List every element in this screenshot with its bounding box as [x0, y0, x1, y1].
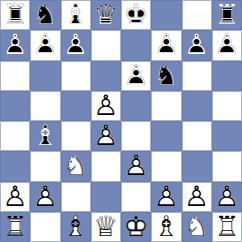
- square-e2[interactable]: [121, 182, 151, 212]
- white-rook-icon[interactable]: ♜♖: [0, 212, 30, 242]
- square-c4[interactable]: [61, 121, 91, 151]
- piece-fill-layer: ♟: [0, 30, 30, 60]
- black-pawn-icon[interactable]: ♟♙: [212, 30, 242, 60]
- square-f4[interactable]: [151, 121, 181, 151]
- white-pawn-icon[interactable]: ♟♙: [182, 182, 212, 212]
- piece-outline-layer: ♗: [30, 121, 60, 151]
- square-c3[interactable]: ♞♘: [61, 151, 91, 181]
- black-pawn-icon[interactable]: ♟♙: [182, 30, 212, 60]
- chess-board: ♜♖♞♘♝♗♛♕♚♔♜♖♟♙♟♙♟♙♟♙♟♙♟♙♟♙♞♘♟♙♝♗♟♙♞♘♟♙♟♙…: [0, 0, 242, 242]
- piece-fill-layer: ♞: [61, 151, 91, 181]
- piece-fill-layer: ♟: [91, 121, 121, 151]
- piece-fill-layer: ♚: [121, 212, 151, 242]
- square-e6[interactable]: ♟♙: [121, 61, 151, 91]
- piece-fill-layer: ♟: [151, 30, 181, 60]
- piece-outline-layer: ♙: [91, 91, 121, 121]
- square-a6[interactable]: [0, 61, 30, 91]
- square-g7[interactable]: ♟♙: [182, 30, 212, 60]
- square-f2[interactable]: ♟♙: [151, 182, 181, 212]
- piece-outline-layer: ♙: [61, 30, 91, 60]
- square-d6[interactable]: [91, 61, 121, 91]
- square-h6[interactable]: [212, 61, 242, 91]
- square-b8[interactable]: ♞♘: [30, 0, 60, 30]
- white-king-icon[interactable]: ♚♔: [121, 212, 151, 242]
- piece-outline-layer: ♙: [182, 30, 212, 60]
- piece-fill-layer: ♟: [182, 182, 212, 212]
- piece-outline-layer: ♙: [212, 30, 242, 60]
- square-b1[interactable]: [30, 212, 60, 242]
- square-g5[interactable]: [182, 91, 212, 121]
- black-pawn-icon[interactable]: ♟♙: [151, 30, 181, 60]
- black-pawn-icon[interactable]: ♟♙: [121, 61, 151, 91]
- black-king-icon[interactable]: ♚♔: [121, 0, 151, 30]
- square-g8[interactable]: [182, 0, 212, 30]
- square-b6[interactable]: [30, 61, 60, 91]
- white-knight-icon[interactable]: ♞♘: [61, 151, 91, 181]
- square-a4[interactable]: [0, 121, 30, 151]
- white-pawn-icon[interactable]: ♟♙: [0, 182, 30, 212]
- piece-fill-layer: ♟: [121, 61, 151, 91]
- piece-fill-layer: ♝: [30, 121, 60, 151]
- piece-fill-layer: ♜: [212, 212, 242, 242]
- square-d7[interactable]: [91, 30, 121, 60]
- piece-fill-layer: ♛: [91, 0, 121, 30]
- square-a2[interactable]: ♟♙: [0, 182, 30, 212]
- square-d1[interactable]: ♛♕: [91, 212, 121, 242]
- black-bishop-icon[interactable]: ♝♗: [30, 121, 60, 151]
- piece-outline-layer: ♔: [121, 212, 151, 242]
- white-rook-icon[interactable]: ♜♖: [212, 212, 242, 242]
- piece-fill-layer: ♟: [212, 30, 242, 60]
- square-h8[interactable]: ♜♖: [212, 0, 242, 30]
- white-pawn-icon[interactable]: ♟♙: [121, 151, 151, 181]
- piece-fill-layer: ♝: [151, 212, 181, 242]
- square-e8[interactable]: ♚♔: [121, 0, 151, 30]
- piece-fill-layer: ♞: [151, 61, 181, 91]
- square-b2[interactable]: ♟♙: [30, 182, 60, 212]
- square-a7[interactable]: ♟♙: [0, 30, 30, 60]
- piece-fill-layer: ♟: [212, 182, 242, 212]
- piece-outline-layer: ♗: [61, 212, 91, 242]
- black-knight-icon[interactable]: ♞♘: [151, 61, 181, 91]
- black-bishop-icon[interactable]: ♝♗: [61, 0, 91, 30]
- square-e1[interactable]: ♚♔: [121, 212, 151, 242]
- square-d3[interactable]: [91, 151, 121, 181]
- piece-fill-layer: ♟: [0, 182, 30, 212]
- piece-outline-layer: ♙: [30, 182, 60, 212]
- square-h2[interactable]: ♟♙: [212, 182, 242, 212]
- square-g2[interactable]: ♟♙: [182, 182, 212, 212]
- square-e7[interactable]: [121, 30, 151, 60]
- piece-fill-layer: ♟: [30, 182, 60, 212]
- square-f5[interactable]: [151, 91, 181, 121]
- black-pawn-icon[interactable]: ♟♙: [0, 30, 30, 60]
- square-c1[interactable]: ♝♗: [61, 212, 91, 242]
- square-e5[interactable]: [121, 91, 151, 121]
- piece-fill-layer: ♟: [91, 91, 121, 121]
- black-queen-icon[interactable]: ♛♕: [91, 0, 121, 30]
- white-bishop-icon[interactable]: ♝♗: [61, 212, 91, 242]
- square-b5[interactable]: [30, 91, 60, 121]
- piece-fill-layer: ♟: [61, 30, 91, 60]
- white-pawn-icon[interactable]: ♟♙: [151, 182, 181, 212]
- white-pawn-icon[interactable]: ♟♙: [212, 182, 242, 212]
- black-rook-icon[interactable]: ♜♖: [212, 0, 242, 30]
- square-b7[interactable]: ♟♙: [30, 30, 60, 60]
- piece-fill-layer: ♟: [30, 30, 60, 60]
- square-g6[interactable]: [182, 61, 212, 91]
- square-e4[interactable]: [121, 121, 151, 151]
- piece-outline-layer: ♔: [121, 0, 151, 30]
- piece-outline-layer: ♙: [30, 30, 60, 60]
- black-rook-icon[interactable]: ♜♖: [0, 0, 30, 30]
- piece-outline-layer: ♕: [91, 0, 121, 30]
- piece-outline-layer: ♙: [0, 30, 30, 60]
- square-h5[interactable]: [212, 91, 242, 121]
- piece-outline-layer: ♗: [61, 0, 91, 30]
- piece-outline-layer: ♙: [91, 121, 121, 151]
- white-knight-icon[interactable]: ♞♘: [182, 212, 212, 242]
- square-h1[interactable]: ♜♖: [212, 212, 242, 242]
- piece-outline-layer: ♖: [0, 212, 30, 242]
- piece-fill-layer: ♝: [61, 212, 91, 242]
- piece-fill-layer: ♛: [91, 212, 121, 242]
- black-pawn-icon[interactable]: ♟♙: [61, 30, 91, 60]
- white-pawn-icon[interactable]: ♟♙: [91, 91, 121, 121]
- square-h7[interactable]: ♟♙: [212, 30, 242, 60]
- square-h3[interactable]: [212, 151, 242, 181]
- piece-outline-layer: ♘: [182, 212, 212, 242]
- piece-fill-layer: ♜: [0, 0, 30, 30]
- white-pawn-icon[interactable]: ♟♙: [91, 121, 121, 151]
- piece-outline-layer: ♖: [212, 0, 242, 30]
- square-a5[interactable]: [0, 91, 30, 121]
- piece-fill-layer: ♝: [61, 0, 91, 30]
- square-c6[interactable]: [61, 61, 91, 91]
- piece-outline-layer: ♗: [151, 212, 181, 242]
- square-a3[interactable]: [0, 151, 30, 181]
- piece-outline-layer: ♙: [121, 61, 151, 91]
- square-f6[interactable]: ♞♘: [151, 61, 181, 91]
- white-pawn-icon[interactable]: ♟♙: [30, 182, 60, 212]
- piece-outline-layer: ♖: [0, 0, 30, 30]
- square-h4[interactable]: [212, 121, 242, 151]
- white-bishop-icon[interactable]: ♝♗: [151, 212, 181, 242]
- piece-outline-layer: ♘: [61, 151, 91, 181]
- square-e3[interactable]: ♟♙: [121, 151, 151, 181]
- piece-outline-layer: ♙: [151, 30, 181, 60]
- square-a8[interactable]: ♜♖: [0, 0, 30, 30]
- square-c8[interactable]: ♝♗: [61, 0, 91, 30]
- piece-outline-layer: ♘: [30, 0, 60, 30]
- piece-outline-layer: ♙: [182, 182, 212, 212]
- piece-outline-layer: ♖: [212, 212, 242, 242]
- piece-outline-layer: ♙: [212, 182, 242, 212]
- piece-outline-layer: ♙: [151, 182, 181, 212]
- square-c7[interactable]: ♟♙: [61, 30, 91, 60]
- square-g4[interactable]: [182, 121, 212, 151]
- piece-fill-layer: ♜: [212, 0, 242, 30]
- piece-outline-layer: ♘: [151, 61, 181, 91]
- square-d8[interactable]: ♛♕: [91, 0, 121, 30]
- square-f3[interactable]: [151, 151, 181, 181]
- piece-fill-layer: ♚: [121, 0, 151, 30]
- square-a1[interactable]: ♜♖: [0, 212, 30, 242]
- piece-fill-layer: ♟: [121, 151, 151, 181]
- piece-fill-layer: ♜: [0, 212, 30, 242]
- black-pawn-icon[interactable]: ♟♙: [30, 30, 60, 60]
- square-d4[interactable]: ♟♙: [91, 121, 121, 151]
- square-f7[interactable]: ♟♙: [151, 30, 181, 60]
- square-g3[interactable]: [182, 151, 212, 181]
- square-c5[interactable]: [61, 91, 91, 121]
- square-b4[interactable]: ♝♗: [30, 121, 60, 151]
- square-g1[interactable]: ♞♘: [182, 212, 212, 242]
- square-f1[interactable]: ♝♗: [151, 212, 181, 242]
- piece-fill-layer: ♞: [182, 212, 212, 242]
- square-c2[interactable]: [61, 182, 91, 212]
- white-queen-icon[interactable]: ♛♕: [91, 212, 121, 242]
- piece-fill-layer: ♟: [182, 30, 212, 60]
- square-b3[interactable]: [30, 151, 60, 181]
- square-d2[interactable]: [91, 182, 121, 212]
- square-f8[interactable]: [151, 0, 181, 30]
- piece-fill-layer: ♞: [30, 0, 60, 30]
- piece-outline-layer: ♙: [121, 151, 151, 181]
- black-knight-icon[interactable]: ♞♘: [30, 0, 60, 30]
- piece-fill-layer: ♟: [151, 182, 181, 212]
- piece-outline-layer: ♙: [0, 182, 30, 212]
- piece-outline-layer: ♕: [91, 212, 121, 242]
- square-d5[interactable]: ♟♙: [91, 91, 121, 121]
